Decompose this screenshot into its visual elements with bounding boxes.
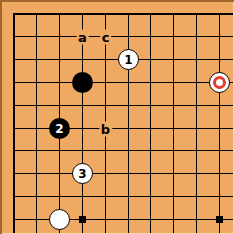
grid-line-vertical-6 [128,13,129,234]
white-stone-jd [209,72,230,93]
stone-move-number: 1 [124,54,132,66]
grid-line-vertical-7 [150,13,151,234]
grid-line-horizontal-9 [13,196,234,197]
stone-move-number: 2 [55,123,63,135]
grid-line-horizontal-10 [13,219,234,220]
circle-marker-icon [213,76,226,89]
grid-line-horizontal-1 [13,13,234,15]
grid-line-vertical-2 [36,13,37,234]
grid-line-horizontal-5 [13,105,234,106]
grid-line-horizontal-8 [13,173,234,174]
star-point-marker [79,216,86,223]
white-stone-dh: 3 [72,163,93,184]
grid-line-vertical-10 [219,13,220,234]
grid-line-horizontal-2 [13,36,234,37]
go-board: 123acb [0,0,234,234]
black-stone-cf: 2 [49,118,70,139]
point-label-c: c [100,29,112,44]
white-stone-fc: 1 [118,49,139,70]
stone-move-number: 3 [78,168,86,180]
grid-line-horizontal-7 [13,150,234,151]
grid-line-vertical-4 [82,13,83,234]
point-label-a: a [76,29,89,44]
image-edge-bottom [2,233,234,234]
point-label-b: b [99,121,112,136]
white-stone-cj [49,209,70,230]
star-point-marker [216,216,223,223]
grid-line-vertical-1 [13,13,15,234]
grid-line-horizontal-6 [13,128,234,129]
grid-line-vertical-8 [173,13,174,234]
image-edge-right [233,2,234,234]
grid-line-horizontal-4 [13,82,234,83]
black-stone-dd [72,72,93,93]
grid-line-vertical-9 [196,13,197,234]
